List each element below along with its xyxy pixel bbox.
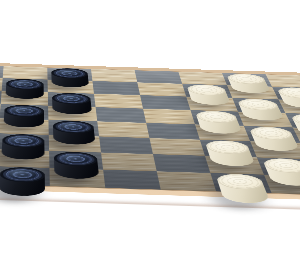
checker-top-face (204, 140, 251, 155)
cream-checker-r6c6[interactable] (204, 140, 256, 167)
dark-checker-r8c2[interactable] (0, 167, 45, 197)
cream-checker-r2c8[interactable] (276, 87, 300, 108)
cream-checker-r5c7[interactable] (248, 126, 300, 151)
checker-top-face (51, 68, 88, 79)
dark-checker-r4c2[interactable] (3, 105, 44, 128)
checker-top-face (237, 98, 280, 110)
checker-top-face (195, 110, 239, 123)
checker-top-face (262, 158, 300, 173)
checker-top-face (54, 151, 98, 166)
checker-top-face (186, 84, 227, 96)
dark-checker-r6c2[interactable] (1, 134, 44, 160)
checker-top-face (0, 167, 45, 183)
checker-top-face (215, 173, 265, 189)
cream-checker-r7c7[interactable] (262, 158, 300, 186)
cream-checker-r3c7[interactable] (237, 98, 286, 120)
dark-checker-r2c2[interactable] (5, 79, 43, 100)
piece-layer (0, 62, 300, 203)
checker-top-face (52, 93, 91, 105)
checkers-board (0, 62, 300, 203)
checker-top-face (226, 73, 267, 84)
checker-top-face (6, 79, 44, 91)
cream-checker-r4c6[interactable] (195, 110, 243, 134)
checker-top-face (4, 105, 44, 118)
board-tilt-wrapper (0, 0, 300, 265)
checker-top-face (53, 120, 95, 134)
dark-checker-r1c3[interactable] (51, 68, 89, 88)
checker-top-face (276, 87, 300, 99)
checker-top-face (248, 126, 294, 140)
dark-checker-r7c3[interactable] (54, 151, 100, 179)
cream-checker-r1c7[interactable] (226, 73, 271, 93)
dark-checker-r3c3[interactable] (52, 93, 92, 115)
dark-checker-r5c3[interactable] (53, 120, 96, 145)
product-photo-stage (0, 0, 300, 265)
checker-top-face (2, 134, 44, 148)
cream-checker-r2c6[interactable] (186, 84, 231, 105)
checker-top-face (290, 113, 300, 126)
